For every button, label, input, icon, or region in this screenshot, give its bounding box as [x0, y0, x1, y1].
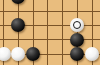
- black-stone[interactable]: [11, 0, 25, 4]
- stones-layer: [0, 0, 100, 61]
- black-stone[interactable]: [70, 47, 84, 61]
- white-stone-last-move[interactable]: [70, 18, 84, 32]
- white-stone[interactable]: [11, 47, 25, 61]
- go-board[interactable]: [0, 0, 100, 65]
- last-move-circle-marker-icon: [73, 21, 81, 29]
- black-stone[interactable]: [26, 47, 40, 61]
- white-stone[interactable]: [85, 47, 99, 61]
- black-stone[interactable]: [70, 33, 84, 47]
- white-stone[interactable]: [0, 47, 11, 61]
- black-stone[interactable]: [11, 18, 25, 32]
